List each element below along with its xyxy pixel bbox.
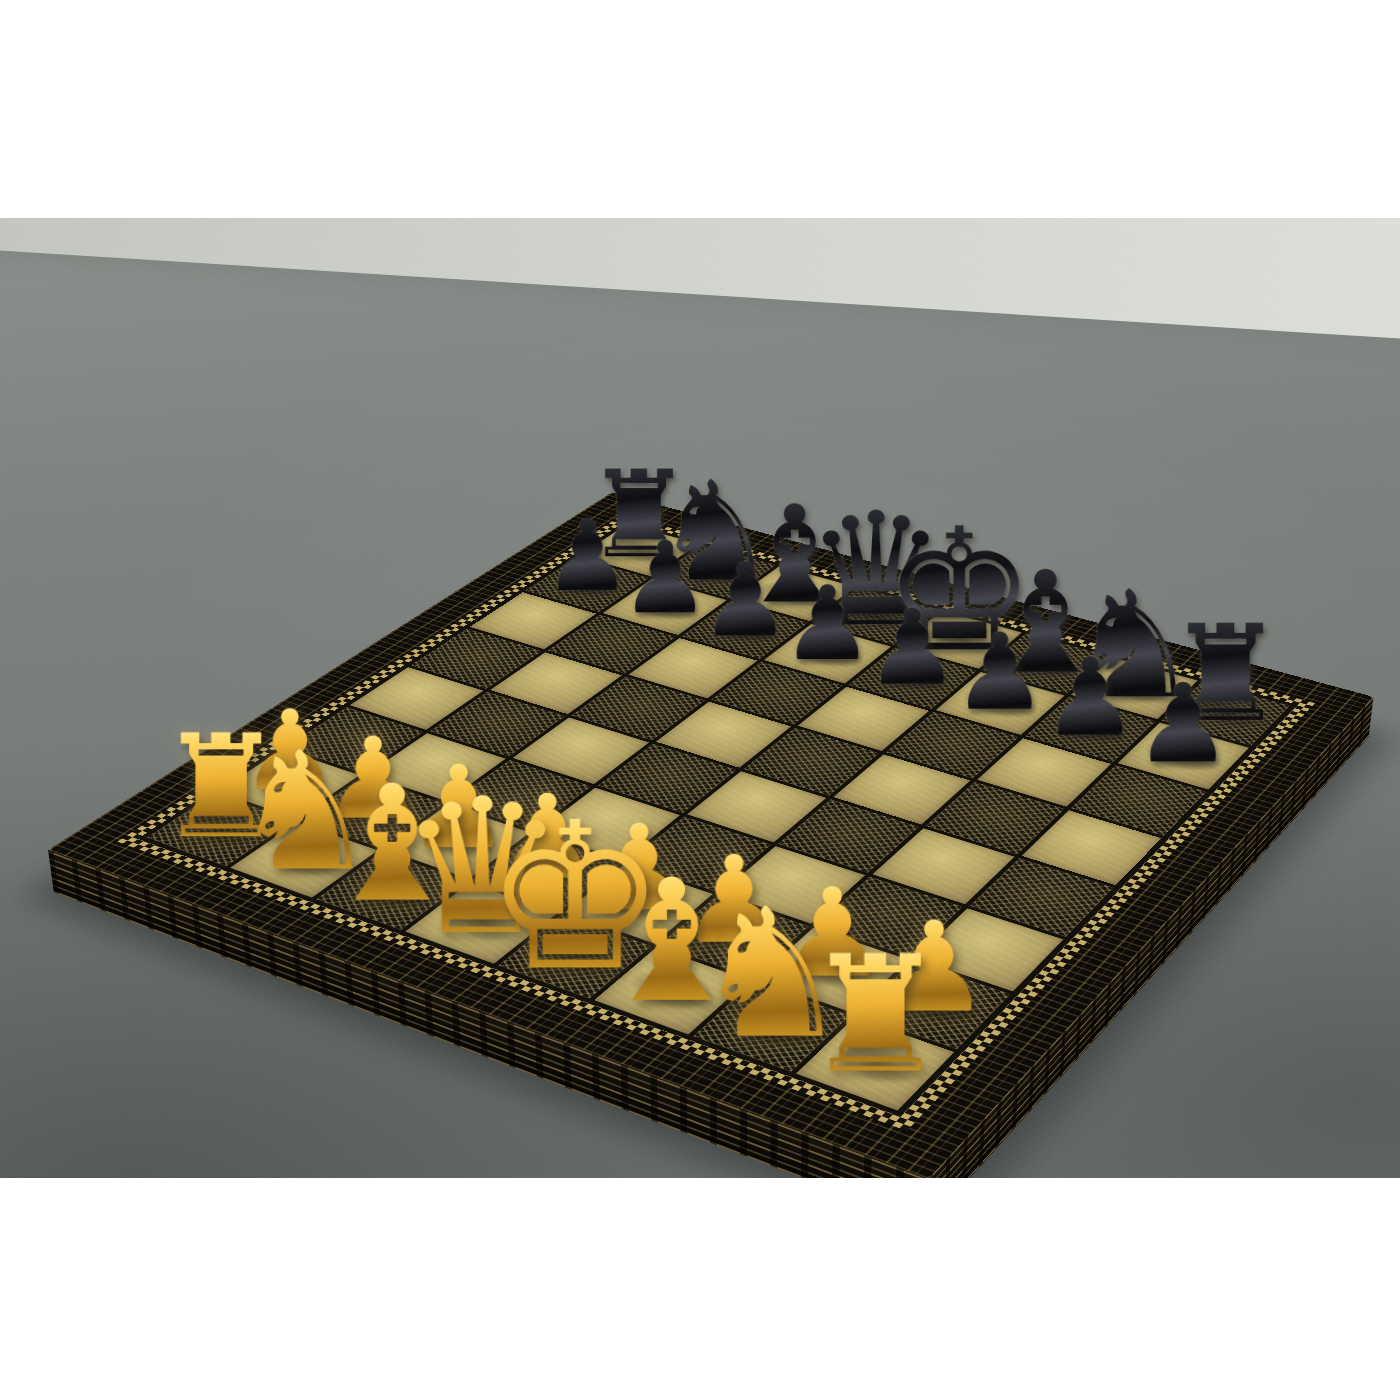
chess-board: ♜♞♝♛♚♝♞♜♟♟♟♟♟♟♟♟♟♟♟♟♟♟♟♟♜♞♝♛♚♝♞♜: [48, 492, 1373, 1178]
board-top: ♜♞♝♛♚♝♞♜♟♟♟♟♟♟♟♟♟♟♟♟♟♟♟♟♜♞♝♛♚♝♞♜: [48, 492, 1373, 1178]
slate-surface: ♜♞♝♛♚♝♞♜♟♟♟♟♟♟♟♟♟♟♟♟♟♟♟♟♜♞♝♛♚♝♞♜: [0, 218, 1400, 1178]
photo-canvas: ♜♞♝♛♚♝♞♜♟♟♟♟♟♟♟♟♟♟♟♟♟♟♟♟♜♞♝♛♚♝♞♜: [0, 0, 1400, 1400]
scene: ♜♞♝♛♚♝♞♜♟♟♟♟♟♟♟♟♟♟♟♟♟♟♟♟♜♞♝♛♚♝♞♜: [0, 218, 1400, 1178]
